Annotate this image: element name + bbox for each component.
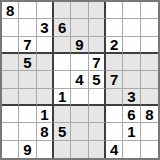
cell-r4c9[interactable] xyxy=(141,54,158,71)
cell-r7c5[interactable] xyxy=(71,106,88,123)
cell-r5c8[interactable] xyxy=(123,71,140,88)
cell-r4c8[interactable] xyxy=(123,54,140,71)
cell-r1c8[interactable] xyxy=(123,2,140,19)
cell-r5c3[interactable] xyxy=(37,71,54,88)
sudoku-board: 836792574571316885194 xyxy=(0,0,160,160)
cell-r3c8[interactable] xyxy=(123,37,140,54)
cell-r4c7[interactable] xyxy=(106,54,123,71)
cell-r2c2[interactable] xyxy=(19,19,36,36)
cell-r1c5[interactable] xyxy=(71,2,88,19)
cell-r9c3[interactable] xyxy=(37,141,54,158)
cell-r2c1[interactable] xyxy=(2,19,19,36)
cell-r3c3[interactable] xyxy=(37,37,54,54)
cell-r7c7[interactable] xyxy=(106,106,123,123)
cell-r9c1[interactable] xyxy=(2,141,19,158)
cell-r3c7[interactable]: 2 xyxy=(106,37,123,54)
cell-r1c3[interactable] xyxy=(37,2,54,19)
cell-r6c1[interactable] xyxy=(2,89,19,106)
cell-r6c3[interactable] xyxy=(37,89,54,106)
cell-r6c5[interactable] xyxy=(71,89,88,106)
cell-r1c6[interactable] xyxy=(89,2,106,19)
cell-r8c6[interactable] xyxy=(89,123,106,140)
cell-r8c8[interactable]: 1 xyxy=(123,123,140,140)
cell-r4c2[interactable]: 5 xyxy=(19,54,36,71)
cell-r2c9[interactable] xyxy=(141,19,158,36)
cell-r4c3[interactable] xyxy=(37,54,54,71)
cell-r7c2[interactable] xyxy=(19,106,36,123)
cell-r9c6[interactable] xyxy=(89,141,106,158)
cell-r4c6[interactable]: 7 xyxy=(89,54,106,71)
cell-r8c5[interactable] xyxy=(71,123,88,140)
cell-r7c3[interactable]: 1 xyxy=(37,106,54,123)
cell-r8c9[interactable] xyxy=(141,123,158,140)
cell-r3c2[interactable]: 7 xyxy=(19,37,36,54)
cell-r5c1[interactable] xyxy=(2,71,19,88)
cell-r8c1[interactable] xyxy=(2,123,19,140)
cell-r6c4[interactable]: 1 xyxy=(54,89,71,106)
cell-r1c1[interactable]: 8 xyxy=(2,2,19,19)
cell-r9c5[interactable] xyxy=(71,141,88,158)
cell-r7c6[interactable] xyxy=(89,106,106,123)
cell-r1c7[interactable] xyxy=(106,2,123,19)
cell-r3c6[interactable] xyxy=(89,37,106,54)
cell-r3c5[interactable]: 9 xyxy=(71,37,88,54)
cell-r1c9[interactable] xyxy=(141,2,158,19)
cell-r5c7[interactable]: 7 xyxy=(106,71,123,88)
cell-r5c6[interactable]: 5 xyxy=(89,71,106,88)
cell-r6c8[interactable]: 3 xyxy=(123,89,140,106)
cell-r5c9[interactable] xyxy=(141,71,158,88)
cell-r3c4[interactable] xyxy=(54,37,71,54)
cell-r8c7[interactable] xyxy=(106,123,123,140)
cell-r5c4[interactable] xyxy=(54,71,71,88)
cell-r7c8[interactable]: 6 xyxy=(123,106,140,123)
cell-r3c9[interactable] xyxy=(141,37,158,54)
cell-r7c1[interactable] xyxy=(2,106,19,123)
cell-r4c1[interactable] xyxy=(2,54,19,71)
cell-r2c3[interactable]: 3 xyxy=(37,19,54,36)
cell-r5c2[interactable] xyxy=(19,71,36,88)
cell-r6c9[interactable] xyxy=(141,89,158,106)
cell-r1c4[interactable] xyxy=(54,2,71,19)
cell-r5c5[interactable]: 4 xyxy=(71,71,88,88)
cell-r6c6[interactable] xyxy=(89,89,106,106)
cell-r4c4[interactable] xyxy=(54,54,71,71)
cell-r3c1[interactable] xyxy=(2,37,19,54)
cell-r4c5[interactable] xyxy=(71,54,88,71)
cell-r1c2[interactable] xyxy=(19,2,36,19)
cell-r9c9[interactable] xyxy=(141,141,158,158)
cell-r6c2[interactable] xyxy=(19,89,36,106)
cell-r9c8[interactable] xyxy=(123,141,140,158)
cell-r2c5[interactable] xyxy=(71,19,88,36)
cell-r8c2[interactable] xyxy=(19,123,36,140)
cell-r8c3[interactable]: 8 xyxy=(37,123,54,140)
cell-r9c2[interactable]: 9 xyxy=(19,141,36,158)
cell-r7c4[interactable] xyxy=(54,106,71,123)
cell-r6c7[interactable] xyxy=(106,89,123,106)
cell-r7c9[interactable]: 8 xyxy=(141,106,158,123)
cell-r2c4[interactable]: 6 xyxy=(54,19,71,36)
cell-r9c4[interactable] xyxy=(54,141,71,158)
cell-r2c8[interactable] xyxy=(123,19,140,36)
cell-r2c7[interactable] xyxy=(106,19,123,36)
cell-r2c6[interactable] xyxy=(89,19,106,36)
cell-r9c7[interactable]: 4 xyxy=(106,141,123,158)
cell-r8c4[interactable]: 5 xyxy=(54,123,71,140)
